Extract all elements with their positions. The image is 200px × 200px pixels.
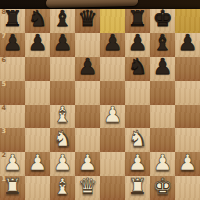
black-knight-f6[interactable]: ♞: [125, 55, 150, 79]
square-f7[interactable]: ♟: [125, 33, 150, 57]
rank-label-6: 6: [2, 57, 7, 64]
black-pawn-c7[interactable]: ♟: [50, 31, 75, 55]
black-knight-b8[interactable]: ♞: [25, 7, 50, 31]
black-pawn-h7[interactable]: ♟: [175, 31, 200, 55]
black-pawn-d6[interactable]: ♟: [75, 55, 100, 79]
square-c4[interactable]: ♝: [50, 105, 75, 129]
white-bishop-c4[interactable]: ♝: [50, 103, 75, 127]
square-c2[interactable]: ♟: [50, 152, 75, 176]
square-g6[interactable]: ♟: [150, 57, 175, 81]
white-pawn-h2[interactable]: ♟: [175, 150, 200, 174]
black-bishop-c8[interactable]: ♝: [50, 7, 75, 31]
square-a6[interactable]: 6: [0, 57, 25, 81]
square-f3[interactable]: ♞: [125, 128, 150, 152]
square-e7[interactable]: ♟: [100, 33, 125, 57]
square-a2[interactable]: 2♟: [0, 152, 25, 176]
square-f6[interactable]: ♞: [125, 57, 150, 81]
white-pawn-b2[interactable]: ♟: [25, 150, 50, 174]
square-a1[interactable]: 1♜: [0, 176, 25, 200]
square-g1[interactable]: ♚: [150, 176, 175, 200]
black-queen-d8[interactable]: ♛: [75, 7, 100, 31]
square-h8[interactable]: [175, 9, 200, 33]
square-g2[interactable]: ♟: [150, 152, 175, 176]
square-f2[interactable]: ♟: [125, 152, 150, 176]
square-f1[interactable]: ♜: [125, 176, 150, 200]
square-e2[interactable]: [100, 152, 125, 176]
square-d6[interactable]: ♟: [75, 57, 100, 81]
white-pawn-c2[interactable]: ♟: [50, 150, 75, 174]
square-e3[interactable]: [100, 128, 125, 152]
square-e6[interactable]: [100, 57, 125, 81]
square-d8[interactable]: ♛: [75, 9, 100, 33]
square-b6[interactable]: [25, 57, 50, 81]
square-a7[interactable]: 7♟: [0, 33, 25, 57]
square-e1[interactable]: [100, 176, 125, 200]
square-d5[interactable]: [75, 81, 100, 105]
white-knight-f3[interactable]: ♞: [125, 126, 150, 150]
square-f8[interactable]: ♜: [125, 9, 150, 33]
rank-label-2: 2: [2, 152, 7, 159]
rank-label-3: 3: [2, 128, 7, 135]
square-h4[interactable]: [175, 105, 200, 129]
white-knight-c3[interactable]: ♞: [50, 126, 75, 150]
square-d3[interactable]: [75, 128, 100, 152]
square-c7[interactable]: ♟: [50, 33, 75, 57]
rank-label-5: 5: [2, 81, 7, 88]
square-e8[interactable]: [100, 9, 125, 33]
square-d1[interactable]: ♛: [75, 176, 100, 200]
square-f5[interactable]: [125, 81, 150, 105]
white-queen-d1[interactable]: ♛: [75, 174, 100, 198]
square-b8[interactable]: ♞: [25, 9, 50, 33]
rank-label-7: 7: [2, 33, 7, 40]
white-pawn-g2[interactable]: ♟: [150, 150, 175, 174]
square-a4[interactable]: 4: [0, 105, 25, 129]
square-h1[interactable]: [175, 176, 200, 200]
square-h6[interactable]: [175, 57, 200, 81]
white-bishop-c1[interactable]: ♝: [50, 174, 75, 198]
square-h5[interactable]: [175, 81, 200, 105]
black-rook-f8[interactable]: ♜: [125, 7, 150, 31]
square-d7[interactable]: [75, 33, 100, 57]
square-b1[interactable]: [25, 176, 50, 200]
square-g7[interactable]: ♝: [150, 33, 175, 57]
square-b4[interactable]: [25, 105, 50, 129]
square-h2[interactable]: ♟: [175, 152, 200, 176]
square-d4[interactable]: [75, 105, 100, 129]
white-pawn-e4[interactable]: ♟: [100, 103, 125, 127]
black-pawn-g6[interactable]: ♟: [150, 55, 175, 79]
square-e4[interactable]: ♟: [100, 105, 125, 129]
square-g5[interactable]: [150, 81, 175, 105]
square-f4[interactable]: [125, 105, 150, 129]
square-g4[interactable]: [150, 105, 175, 129]
square-g3[interactable]: [150, 128, 175, 152]
black-pawn-e7[interactable]: ♟: [100, 31, 125, 55]
square-c6[interactable]: [50, 57, 75, 81]
rank-label-1: 1: [2, 176, 7, 183]
square-b7[interactable]: ♟: [25, 33, 50, 57]
white-rook-f1[interactable]: ♜: [125, 174, 150, 198]
square-a8[interactable]: 8♜: [0, 9, 25, 33]
square-a3[interactable]: 3: [0, 128, 25, 152]
white-pawn-f2[interactable]: ♟: [125, 150, 150, 174]
black-bishop-g7[interactable]: ♝: [150, 31, 175, 55]
square-b2[interactable]: ♟: [25, 152, 50, 176]
rank-label-8: 8: [2, 9, 7, 16]
square-h3[interactable]: [175, 128, 200, 152]
black-king-g8[interactable]: ♚: [150, 7, 175, 31]
chess-board[interactable]: 8♜♞♝♛♜♚7♟♟♟♟♟♝♟6♟♞♟54♝♟3♞♞2♟♟♟♟♟♟♟1♜♝♛♜♚: [0, 9, 200, 200]
black-pawn-b7[interactable]: ♟: [25, 31, 50, 55]
black-pawn-f7[interactable]: ♟: [125, 31, 150, 55]
square-c3[interactable]: ♞: [50, 128, 75, 152]
square-e5[interactable]: [100, 81, 125, 105]
square-c8[interactable]: ♝: [50, 9, 75, 33]
rank-label-4: 4: [2, 105, 7, 112]
square-g8[interactable]: ♚: [150, 9, 175, 33]
square-b3[interactable]: [25, 128, 50, 152]
square-b5[interactable]: [25, 81, 50, 105]
square-a5[interactable]: 5: [0, 81, 25, 105]
square-c1[interactable]: ♝: [50, 176, 75, 200]
white-pawn-d2[interactable]: ♟: [75, 150, 100, 174]
square-d2[interactable]: ♟: [75, 152, 100, 176]
white-king-g1[interactable]: ♚: [150, 174, 175, 198]
square-c5[interactable]: [50, 81, 75, 105]
square-h7[interactable]: ♟: [175, 33, 200, 57]
